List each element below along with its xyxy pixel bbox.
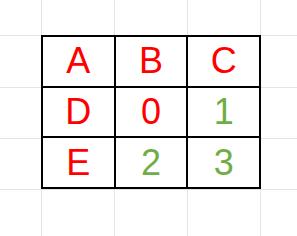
grid-cell-r0c2[interactable]: C bbox=[188, 37, 259, 86]
grid-cell-r1c0[interactable]: D bbox=[43, 88, 114, 137]
cell-value: 2 bbox=[141, 145, 161, 181]
grid-cell-r1c1[interactable]: 0 bbox=[116, 88, 187, 137]
grid-cell-r2c2[interactable]: 3 bbox=[188, 138, 259, 187]
grid-cell-r0c1[interactable]: B bbox=[116, 37, 187, 86]
spreadsheet-canvas: A B C D 0 1 E 2 3 bbox=[0, 0, 297, 236]
cell-value: 0 bbox=[141, 94, 161, 130]
cell-value: B bbox=[139, 43, 163, 79]
cell-value: 3 bbox=[214, 145, 234, 181]
cell-value: E bbox=[66, 145, 90, 181]
cell-value: 1 bbox=[214, 94, 234, 130]
table-grid: A B C D 0 1 E 2 3 bbox=[41, 35, 261, 189]
grid-cell-r2c1[interactable]: 2 bbox=[116, 138, 187, 187]
grid-cell-r2c0[interactable]: E bbox=[43, 138, 114, 187]
cell-value: A bbox=[66, 43, 90, 79]
gridline-horizontal bbox=[0, 189, 297, 190]
grid-cell-r1c2[interactable]: 1 bbox=[188, 88, 259, 137]
grid-cell-r0c0[interactable]: A bbox=[43, 37, 114, 86]
cell-value: D bbox=[65, 94, 91, 130]
cell-value: C bbox=[211, 43, 237, 79]
